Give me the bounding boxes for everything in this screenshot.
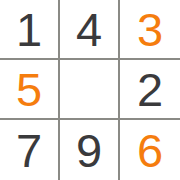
cell-r0c1[interactable]: 4 xyxy=(60,0,120,60)
cell-r2c2[interactable]: 6 xyxy=(120,120,180,180)
cell-r1c2[interactable]: 2 xyxy=(120,60,180,120)
cell-r2c1[interactable]: 9 xyxy=(60,120,120,180)
cell-r0c2[interactable]: 3 xyxy=(120,0,180,60)
sudoku-board: 1 4 3 5 2 7 9 6 xyxy=(0,0,180,180)
cell-r2c0[interactable]: 7 xyxy=(0,120,60,180)
cell-r0c0[interactable]: 1 xyxy=(0,0,60,60)
cell-r1c1[interactable] xyxy=(60,60,120,120)
cell-r1c0[interactable]: 5 xyxy=(0,60,60,120)
